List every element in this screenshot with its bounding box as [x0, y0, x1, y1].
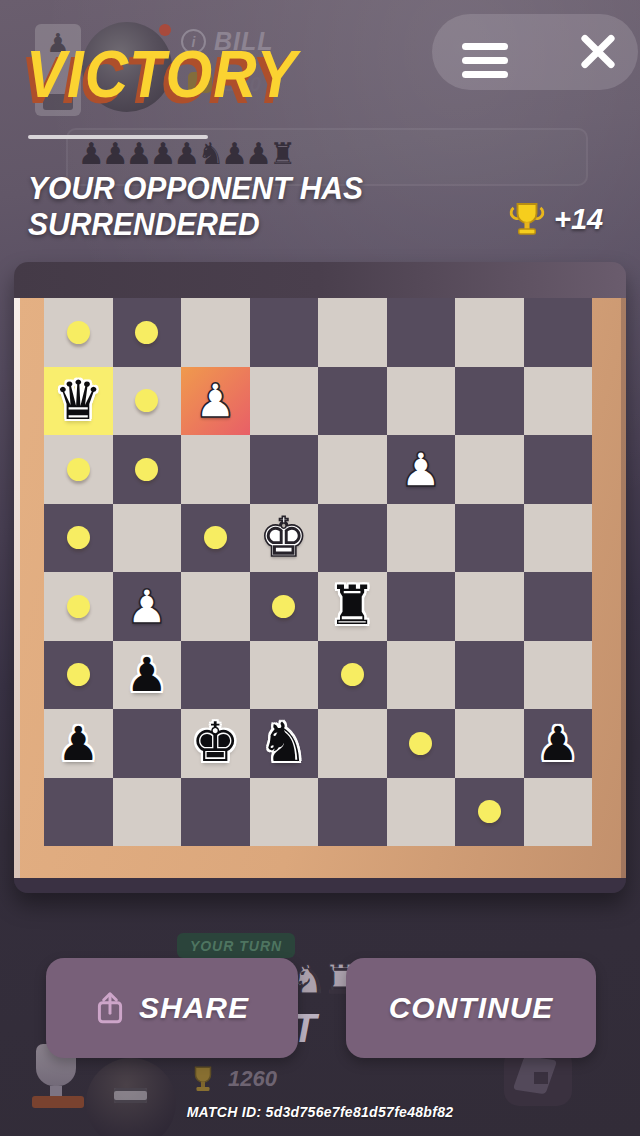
result-subtitle: YOUR OPPONENT HAS SURRENDERED: [28, 170, 363, 242]
piece-white-pawn: ♟: [113, 572, 182, 641]
continue-button[interactable]: CONTINUE: [346, 958, 596, 1058]
square-g6[interactable]: ♟: [113, 641, 182, 710]
legal-move-dot: [409, 732, 432, 755]
square-b1[interactable]: [455, 298, 524, 367]
square-b6[interactable]: [455, 641, 524, 710]
square-g8[interactable]: [113, 778, 182, 847]
piece-black-rook: ♜: [318, 572, 387, 641]
square-b8[interactable]: [455, 778, 524, 847]
square-g2[interactable]: [113, 367, 182, 436]
square-a6[interactable]: [524, 641, 593, 710]
menu-pill: [432, 14, 638, 90]
legal-move-dot: [67, 526, 90, 549]
close-icon[interactable]: [558, 14, 638, 90]
square-a8[interactable]: [524, 778, 593, 847]
square-e3[interactable]: [250, 435, 319, 504]
square-c7[interactable]: [387, 709, 456, 778]
square-f3[interactable]: [181, 435, 250, 504]
square-f2[interactable]: ♟: [181, 367, 250, 436]
square-a2[interactable]: [524, 367, 593, 436]
square-h2[interactable]: ♛: [44, 367, 113, 436]
square-d4[interactable]: [318, 504, 387, 573]
piece-black-knight: ♞: [250, 709, 319, 778]
square-a3[interactable]: [524, 435, 593, 504]
legal-move-dot: [341, 663, 364, 686]
square-e2[interactable]: [250, 367, 319, 436]
square-c5[interactable]: [387, 572, 456, 641]
continue-label: CONTINUE: [389, 991, 554, 1025]
square-g1[interactable]: [113, 298, 182, 367]
your-turn-badge: YOUR TURN: [177, 933, 295, 958]
subtitle-line1: YOUR OPPONENT HAS: [28, 170, 363, 206]
square-d3[interactable]: [318, 435, 387, 504]
board-frame-edge-left: [14, 298, 20, 878]
piece-black-pawn: ♟: [524, 709, 593, 778]
notification-dot: [159, 24, 171, 36]
square-d8[interactable]: [318, 778, 387, 847]
square-d6[interactable]: [318, 641, 387, 710]
square-g4[interactable]: [113, 504, 182, 573]
square-f7[interactable]: ♚: [181, 709, 250, 778]
square-b7[interactable]: [455, 709, 524, 778]
trophy-delta: +14: [554, 203, 603, 236]
legal-move-dot: [272, 595, 295, 618]
square-h6[interactable]: [44, 641, 113, 710]
piece-black-pawn: ♟: [113, 641, 182, 710]
square-f1[interactable]: [181, 298, 250, 367]
legal-move-dot: [204, 526, 227, 549]
square-h3[interactable]: [44, 435, 113, 504]
square-c6[interactable]: [387, 641, 456, 710]
square-f8[interactable]: [181, 778, 250, 847]
piece-white-pawn: ♟: [387, 435, 456, 504]
legal-move-dot: [135, 321, 158, 344]
square-a7[interactable]: ♟: [524, 709, 593, 778]
piece-black-queen: ♛: [44, 367, 113, 436]
legal-move-dot: [67, 595, 90, 618]
square-c3[interactable]: ♟: [387, 435, 456, 504]
square-a1[interactable]: [524, 298, 593, 367]
legal-move-dot: [478, 800, 501, 823]
square-g7[interactable]: [113, 709, 182, 778]
player-trophy-icon: [188, 1064, 218, 1094]
square-a5[interactable]: [524, 572, 593, 641]
piece-black-pawn: ♟: [44, 709, 113, 778]
share-label: SHARE: [139, 991, 249, 1025]
square-c1[interactable]: [387, 298, 456, 367]
square-h5[interactable]: [44, 572, 113, 641]
player-rating: 1260: [228, 1066, 277, 1092]
chess-board: ♛♟♟♚♟♜♟♟♚♞♟: [14, 262, 626, 893]
square-e7[interactable]: ♞: [250, 709, 319, 778]
trophy-icon: [508, 200, 546, 238]
square-f4[interactable]: [181, 504, 250, 573]
subtitle-line2: SURRENDERED: [28, 206, 363, 242]
square-d7[interactable]: [318, 709, 387, 778]
victory-screen: ♟ i BILL 1190 ♟♟♟♟♟♞♟♟♜ VICTORY YOUR OPP…: [0, 0, 640, 1136]
piece-black-king: ♚: [181, 709, 250, 778]
victory-title: VICTORY: [26, 36, 298, 112]
avatar-label: [114, 1088, 147, 1103]
square-b4[interactable]: [455, 504, 524, 573]
legal-move-dot: [67, 663, 90, 686]
board-grid: ♛♟♟♚♟♜♟♟♚♞♟: [44, 298, 592, 846]
piece-white-pawn: ♟: [181, 367, 250, 436]
square-b2[interactable]: [455, 367, 524, 436]
board-frame-edge-right: [621, 298, 626, 878]
square-h4[interactable]: [44, 504, 113, 573]
square-b3[interactable]: [455, 435, 524, 504]
square-e4[interactable]: ♚: [250, 504, 319, 573]
square-f6[interactable]: [181, 641, 250, 710]
board-frame-top: [14, 262, 626, 298]
square-e5[interactable]: [250, 572, 319, 641]
square-d2[interactable]: [318, 367, 387, 436]
piece-white-king: ♚: [250, 504, 319, 573]
share-button[interactable]: SHARE: [46, 958, 298, 1058]
square-g3[interactable]: [113, 435, 182, 504]
square-c2[interactable]: [387, 367, 456, 436]
legal-move-dot: [135, 458, 158, 481]
square-e8[interactable]: [250, 778, 319, 847]
square-e6[interactable]: [250, 641, 319, 710]
trophy-reward: +14: [508, 200, 603, 238]
square-e1[interactable]: [250, 298, 319, 367]
legal-move-dot: [67, 458, 90, 481]
board-frame-bottom: [14, 878, 626, 893]
square-g5[interactable]: ♟: [113, 572, 182, 641]
square-h7[interactable]: ♟: [44, 709, 113, 778]
square-d1[interactable]: [318, 298, 387, 367]
captured-black-pieces: ♟♟♟♟♟♞♟♟♜: [78, 136, 293, 171]
square-b5[interactable]: [455, 572, 524, 641]
legal-move-dot: [67, 321, 90, 344]
square-a4[interactable]: [524, 504, 593, 573]
square-c8[interactable]: [387, 778, 456, 847]
square-d5[interactable]: ♜: [318, 572, 387, 641]
square-h1[interactable]: [44, 298, 113, 367]
divider-line: [28, 135, 208, 139]
match-id: MATCH ID: 5d3d756e7fe81d57fe48bf82: [0, 1104, 640, 1120]
square-c4[interactable]: [387, 504, 456, 573]
share-icon: [95, 990, 125, 1026]
square-h8[interactable]: [44, 778, 113, 847]
square-f5[interactable]: [181, 572, 250, 641]
legal-move-dot: [135, 389, 158, 412]
